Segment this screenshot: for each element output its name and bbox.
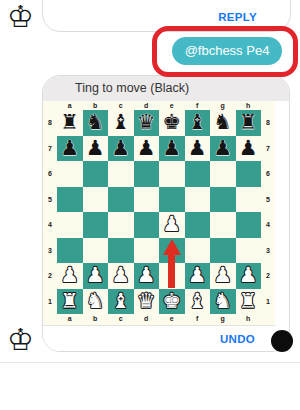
black-piece-r: ♜ bbox=[239, 110, 258, 136]
file-label-g: g bbox=[210, 101, 236, 110]
square-f5 bbox=[185, 187, 211, 213]
rank-label-4: 4 bbox=[261, 212, 275, 238]
black-piece-b: ♝ bbox=[111, 110, 130, 136]
board-rank-2: 2♟♟♟♟♟♟♟2 bbox=[43, 263, 275, 289]
square-a1: ♜ bbox=[57, 289, 83, 315]
file-labels: abcdefgh bbox=[43, 314, 275, 326]
square-h8: ♜ bbox=[236, 110, 262, 136]
rank-label-5: 5 bbox=[261, 187, 275, 213]
move-status-text: Ting to move (Black) bbox=[43, 76, 289, 101]
square-g3 bbox=[210, 238, 236, 264]
square-c5 bbox=[108, 187, 134, 213]
black-piece-k: ♚ bbox=[162, 110, 181, 136]
square-e6 bbox=[159, 161, 185, 187]
board-rank-6: 66 bbox=[43, 161, 275, 187]
square-c1: ♝ bbox=[108, 289, 134, 315]
square-f1: ♝ bbox=[185, 289, 211, 315]
square-d2: ♟ bbox=[134, 263, 160, 289]
square-c2: ♟ bbox=[108, 263, 134, 289]
square-f3 bbox=[185, 238, 211, 264]
square-f7: ♟ bbox=[185, 136, 211, 162]
file-label-b: b bbox=[83, 314, 109, 323]
rank-label-3: 3 bbox=[43, 238, 57, 264]
file-label-f: f bbox=[185, 314, 211, 323]
file-label-h: h bbox=[236, 314, 262, 323]
square-d4 bbox=[134, 212, 160, 238]
board-rank-1: 1♜♞♝♛♚♝♞♜1 bbox=[43, 289, 275, 315]
white-piece-r: ♜ bbox=[60, 289, 79, 315]
rank-label-6: 6 bbox=[43, 161, 57, 187]
square-d6 bbox=[134, 161, 160, 187]
square-a4 bbox=[57, 212, 83, 238]
square-g7: ♟ bbox=[210, 136, 236, 162]
square-h7: ♟ bbox=[236, 136, 262, 162]
board-rank-7: 7♟♟♟♟♟♟♟♟7 bbox=[43, 136, 275, 162]
black-piece-b: ♝ bbox=[188, 110, 207, 136]
black-piece-p: ♟ bbox=[111, 136, 130, 162]
board-rank-5: 55 bbox=[43, 187, 275, 213]
white-king-avatar-icon: ♔ bbox=[7, 325, 34, 355]
rank-label-1: 1 bbox=[43, 289, 57, 315]
rank-label-7: 7 bbox=[261, 136, 275, 162]
square-e1: ♚ bbox=[159, 289, 185, 315]
file-label-a: a bbox=[57, 314, 83, 323]
square-a7: ♟ bbox=[57, 136, 83, 162]
square-b1: ♞ bbox=[83, 289, 109, 315]
square-h1: ♜ bbox=[236, 289, 262, 315]
file-label-d: d bbox=[134, 314, 160, 323]
square-b6 bbox=[83, 161, 109, 187]
file-label-d: d bbox=[134, 101, 160, 110]
square-g1: ♞ bbox=[210, 289, 236, 315]
black-piece-p: ♟ bbox=[86, 136, 105, 162]
square-f8: ♝ bbox=[185, 110, 211, 136]
square-d7: ♟ bbox=[134, 136, 160, 162]
square-c4 bbox=[108, 212, 134, 238]
file-labels: abcdefgh bbox=[43, 101, 275, 110]
white-piece-p: ♟ bbox=[188, 263, 207, 289]
rank-label-2: 2 bbox=[43, 263, 57, 289]
rank-label-2: 2 bbox=[261, 263, 275, 289]
square-b5 bbox=[83, 187, 109, 213]
square-b8: ♞ bbox=[83, 110, 109, 136]
white-king-avatar-icon: ♔ bbox=[7, 2, 34, 32]
rank-label-5: 5 bbox=[43, 187, 57, 213]
square-a3 bbox=[57, 238, 83, 264]
square-b4 bbox=[83, 212, 109, 238]
square-h5 bbox=[236, 187, 262, 213]
white-piece-n: ♞ bbox=[213, 289, 232, 315]
square-a5 bbox=[57, 187, 83, 213]
square-c8: ♝ bbox=[108, 110, 134, 136]
square-b3 bbox=[83, 238, 109, 264]
white-piece-p: ♟ bbox=[86, 263, 105, 289]
reply-button[interactable]: REPLY bbox=[218, 11, 257, 23]
file-label-c: c bbox=[108, 314, 134, 323]
bubble-footer: UNDO bbox=[43, 326, 289, 352]
square-c6 bbox=[108, 161, 134, 187]
white-piece-p: ♟ bbox=[239, 263, 258, 289]
composer-toolbar: Aa bbox=[0, 363, 300, 410]
white-piece-p: ♟ bbox=[137, 263, 156, 289]
black-piece-q: ♛ bbox=[137, 110, 156, 136]
black-piece-p: ♟ bbox=[60, 136, 79, 162]
file-label-b: b bbox=[83, 101, 109, 110]
square-a6 bbox=[57, 161, 83, 187]
rank-label-7: 7 bbox=[43, 136, 57, 162]
rank-label-6: 6 bbox=[261, 161, 275, 187]
square-h4 bbox=[236, 212, 262, 238]
black-piece-p: ♟ bbox=[188, 136, 207, 162]
black-piece-r: ♜ bbox=[60, 110, 79, 136]
seen-avatar bbox=[271, 330, 293, 352]
square-c3 bbox=[108, 238, 134, 264]
black-piece-n: ♞ bbox=[213, 110, 232, 136]
white-piece-n: ♞ bbox=[86, 289, 105, 315]
black-piece-p: ♟ bbox=[137, 136, 156, 162]
square-e4: ♟ bbox=[159, 212, 185, 238]
white-piece-b: ♝ bbox=[111, 289, 130, 315]
square-d3 bbox=[134, 238, 160, 264]
white-piece-p: ♟ bbox=[60, 263, 79, 289]
square-h6 bbox=[236, 161, 262, 187]
black-piece-p: ♟ bbox=[213, 136, 232, 162]
black-piece-n: ♞ bbox=[86, 110, 105, 136]
move-arrow-icon bbox=[163, 239, 181, 255]
white-piece-k: ♚ bbox=[162, 289, 181, 315]
square-h3 bbox=[236, 238, 262, 264]
undo-button[interactable]: UNDO bbox=[220, 333, 255, 345]
square-g2: ♟ bbox=[210, 263, 236, 289]
square-g8: ♞ bbox=[210, 110, 236, 136]
black-piece-p: ♟ bbox=[162, 136, 181, 162]
file-label-f: f bbox=[185, 101, 211, 110]
rank-label-3: 3 bbox=[261, 238, 275, 264]
highlight-annotation-box bbox=[152, 26, 298, 77]
white-piece-p: ♟ bbox=[111, 263, 130, 289]
file-label-a: a bbox=[57, 101, 83, 110]
white-piece-p: ♟ bbox=[162, 212, 181, 238]
chess-message-bubble: Ting to move (Black) abcdefgh8♜♞♝♛♚♝♞♜87… bbox=[42, 75, 290, 352]
square-h2: ♟ bbox=[236, 263, 262, 289]
rank-label-8: 8 bbox=[261, 110, 275, 136]
square-f4 bbox=[185, 212, 211, 238]
rank-label-4: 4 bbox=[43, 212, 57, 238]
square-e8: ♚ bbox=[159, 110, 185, 136]
square-g5 bbox=[210, 187, 236, 213]
rank-label-1: 1 bbox=[261, 289, 275, 315]
square-a8: ♜ bbox=[57, 110, 83, 136]
move-arrow-tail bbox=[168, 254, 175, 288]
square-a2: ♟ bbox=[57, 263, 83, 289]
square-f6 bbox=[185, 161, 211, 187]
square-g4 bbox=[210, 212, 236, 238]
square-d8: ♛ bbox=[134, 110, 160, 136]
messenger-chat-screen: ♔ REPLY @fbchess Pe4 Ting to move (Black… bbox=[0, 0, 300, 410]
square-e5 bbox=[159, 187, 185, 213]
square-b2: ♟ bbox=[83, 263, 109, 289]
file-label-h: h bbox=[236, 101, 262, 110]
square-b7: ♟ bbox=[83, 136, 109, 162]
board-rank-4: 4♟4 bbox=[43, 212, 275, 238]
file-label-c: c bbox=[108, 101, 134, 110]
square-d5 bbox=[134, 187, 160, 213]
file-label-g: g bbox=[210, 314, 236, 323]
file-label-e: e bbox=[159, 314, 185, 323]
square-d1: ♛ bbox=[134, 289, 160, 315]
white-piece-b: ♝ bbox=[188, 289, 207, 315]
board-rank-8: 8♜♞♝♛♚♝♞♜8 bbox=[43, 110, 275, 136]
board-rank-3: 33 bbox=[43, 238, 275, 264]
square-e7: ♟ bbox=[159, 136, 185, 162]
rank-label-8: 8 bbox=[43, 110, 57, 136]
file-label-e: e bbox=[159, 101, 185, 110]
white-piece-r: ♜ bbox=[239, 289, 258, 315]
square-c7: ♟ bbox=[108, 136, 134, 162]
square-f2: ♟ bbox=[185, 263, 211, 289]
black-piece-p: ♟ bbox=[239, 136, 258, 162]
square-g6 bbox=[210, 161, 236, 187]
chess-board: abcdefgh8♜♞♝♛♚♝♞♜87♟♟♟♟♟♟♟♟766554♟4332♟♟… bbox=[43, 101, 275, 326]
white-piece-p: ♟ bbox=[213, 263, 232, 289]
white-piece-q: ♛ bbox=[137, 289, 156, 315]
